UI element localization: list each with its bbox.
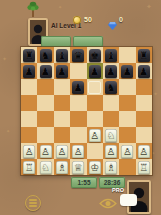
square-a6[interactable] [21, 79, 37, 95]
sparkle-decoration: ✦ [146, 3, 152, 11]
white-queen[interactable]: ♕ [72, 161, 84, 174]
square-b3[interactable] [37, 127, 53, 143]
gem-icon[interactable] [108, 16, 117, 24]
square-d6[interactable]: ♟ [70, 79, 86, 95]
black-knight[interactable]: ♞ [105, 81, 117, 94]
square-d4[interactable] [70, 111, 86, 127]
square-g1[interactable] [119, 159, 135, 175]
black-rook[interactable]: ♜ [138, 49, 150, 62]
square-a3[interactable] [21, 127, 37, 143]
square-a7[interactable]: ♟ [21, 63, 37, 79]
sparkle-decoration: ✦ [153, 90, 158, 97]
square-b8[interactable]: ♞ [37, 47, 53, 63]
square-d7[interactable] [70, 63, 86, 79]
square-g6[interactable] [119, 79, 135, 95]
white-pawn[interactable]: ♙ [105, 145, 117, 158]
square-h5[interactable] [136, 95, 152, 111]
black-queen[interactable]: ♛ [72, 49, 84, 62]
square-g7[interactable]: ♟ [119, 63, 135, 79]
square-c1[interactable]: ♗ [54, 159, 70, 175]
timer-left-button[interactable]: 1:55 [71, 177, 97, 188]
square-c4[interactable] [54, 111, 70, 127]
opponent-tray-left[interactable] [41, 36, 71, 47]
square-a8[interactable]: ♜ [21, 47, 37, 63]
square-f5[interactable] [103, 95, 119, 111]
black-pawn[interactable]: ♟ [40, 65, 52, 78]
square-d2[interactable]: ♙ [70, 143, 86, 159]
square-f1[interactable]: ♗ [103, 159, 119, 175]
player-badge: PRO [112, 187, 124, 193]
square-h2[interactable]: ♙ [136, 143, 152, 159]
black-rook[interactable]: ♜ [23, 49, 35, 62]
square-e8[interactable]: ♚ [87, 47, 103, 63]
square-g4[interactable] [119, 111, 135, 127]
white-pawn[interactable]: ♙ [138, 145, 150, 158]
sparkle-decoration: ✦ [58, 4, 62, 10]
white-pawn[interactable]: ♙ [23, 145, 35, 158]
square-e7[interactable]: ♟ [87, 63, 103, 79]
black-king[interactable]: ♚ [89, 49, 101, 62]
app-root: ✦ ✦ ✦ ✦ ✦ ✦ AI Level 1 50 0 ♜♞♝♛♚♝♜♟♟♟♟♟… [0, 0, 161, 215]
tree-icon [26, 1, 40, 18]
gem-count: 0 [119, 16, 123, 23]
black-knight[interactable]: ♞ [40, 49, 52, 62]
square-g2[interactable]: ♙ [119, 143, 135, 159]
square-f6[interactable]: ♞ [103, 79, 119, 95]
white-pawn[interactable]: ♙ [40, 145, 52, 158]
black-bishop[interactable]: ♝ [56, 49, 68, 62]
square-c2[interactable]: ♙ [54, 143, 70, 159]
white-bishop[interactable]: ♗ [56, 161, 68, 174]
black-pawn[interactable]: ♟ [121, 65, 133, 78]
square-h4[interactable] [136, 111, 152, 127]
square-b6[interactable] [37, 79, 53, 95]
square-g3[interactable] [119, 127, 135, 143]
square-g5[interactable] [119, 95, 135, 111]
square-e6[interactable] [87, 79, 103, 95]
black-bishop[interactable]: ♝ [105, 49, 117, 62]
chat-bubble-icon[interactable] [120, 194, 137, 206]
square-c3[interactable] [54, 127, 70, 143]
square-f4[interactable] [103, 111, 119, 127]
square-h3[interactable] [136, 127, 152, 143]
square-c5[interactable] [54, 95, 70, 111]
square-e5[interactable] [87, 95, 103, 111]
square-f2[interactable]: ♙ [103, 143, 119, 159]
square-f3[interactable]: ♘ [103, 127, 119, 143]
black-pawn[interactable]: ♟ [105, 65, 117, 78]
square-c7[interactable]: ♟ [54, 63, 70, 79]
black-pawn[interactable]: ♟ [138, 65, 150, 78]
square-a5[interactable] [21, 95, 37, 111]
square-d3[interactable] [70, 127, 86, 143]
white-pawn[interactable]: ♙ [121, 145, 133, 158]
square-h6[interactable] [136, 79, 152, 95]
square-g8[interactable] [119, 47, 135, 63]
white-bishop[interactable]: ♗ [105, 161, 117, 174]
square-e1[interactable]: ♔ [87, 159, 103, 175]
coin-icon[interactable] [73, 16, 81, 24]
white-rook[interactable]: ♖ [23, 161, 35, 174]
square-b5[interactable] [37, 95, 53, 111]
black-pawn[interactable]: ♟ [23, 65, 35, 78]
square-b4[interactable] [37, 111, 53, 127]
opponent-tray-right[interactable] [73, 36, 103, 47]
white-pawn[interactable]: ♙ [56, 145, 68, 158]
square-f7[interactable]: ♟ [103, 63, 119, 79]
square-a1[interactable]: ♖ [21, 159, 37, 175]
black-pawn[interactable]: ♟ [89, 65, 101, 78]
white-knight[interactable]: ♘ [40, 161, 52, 174]
menu-circle-icon[interactable] [25, 195, 41, 211]
square-c6[interactable] [54, 79, 70, 95]
sparkle-decoration: ✦ [6, 128, 10, 134]
square-f8[interactable]: ♝ [103, 47, 119, 63]
square-d8[interactable]: ♛ [70, 47, 86, 63]
square-e3[interactable]: ♙ [87, 127, 103, 143]
square-e2[interactable] [87, 143, 103, 159]
white-pawn[interactable]: ♙ [72, 145, 84, 158]
square-d5[interactable] [70, 95, 86, 111]
square-b2[interactable]: ♙ [37, 143, 53, 159]
sparkle-decoration: ✦ [2, 55, 7, 62]
square-h8[interactable]: ♜ [136, 47, 152, 63]
square-b7[interactable]: ♟ [37, 63, 53, 79]
square-h7[interactable]: ♟ [136, 63, 152, 79]
eye-icon[interactable] [99, 196, 117, 209]
coin-count: 50 [84, 16, 92, 23]
white-knight[interactable]: ♘ [105, 129, 117, 142]
square-a2[interactable]: ♙ [21, 143, 37, 159]
square-c8[interactable]: ♝ [54, 47, 70, 63]
square-h1[interactable]: ♖ [136, 159, 152, 175]
square-b1[interactable]: ♘ [37, 159, 53, 175]
white-pawn[interactable]: ♙ [89, 129, 101, 142]
square-e4[interactable] [87, 111, 103, 127]
white-king[interactable]: ♔ [89, 161, 101, 174]
square-a4[interactable] [21, 111, 37, 127]
black-pawn[interactable]: ♟ [72, 81, 84, 94]
black-pawn[interactable]: ♟ [56, 65, 68, 78]
square-d1[interactable]: ♕ [70, 159, 86, 175]
white-rook[interactable]: ♖ [138, 161, 150, 174]
chess-board: ♜♞♝♛♚♝♜♟♟♟♟♟♟♟♟♞♙♘♙♙♙♙♙♙♙♖♘♗♕♔♗♖ [21, 47, 152, 175]
